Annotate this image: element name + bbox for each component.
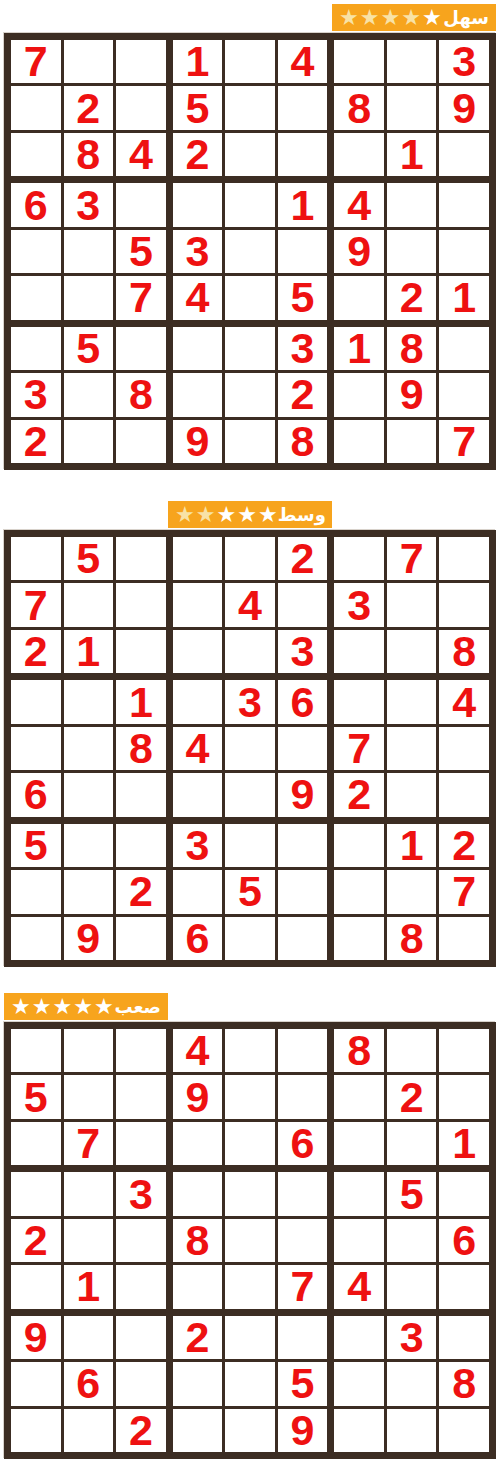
cell-r2c1[interactable]: 5 <box>11 1075 61 1118</box>
cell-r9c9[interactable]: 7 <box>439 420 489 463</box>
cell-r7c4[interactable] <box>173 327 223 370</box>
cell-r2c2[interactable]: 2 <box>64 86 114 129</box>
cell-r8c1[interactable] <box>11 1362 61 1405</box>
star-filled-icon: ★ <box>216 501 236 528</box>
cell-r4c2[interactable] <box>64 1172 114 1215</box>
cell-r7c4[interactable]: 3 <box>173 824 223 867</box>
cell-r9c3[interactable]: 2 <box>116 1409 166 1452</box>
cell-r2c2[interactable] <box>64 1075 114 1118</box>
cell-r7c1[interactable]: 9 <box>11 1316 61 1359</box>
cell-r7c3[interactable] <box>116 1316 166 1359</box>
cell-r4c1[interactable]: 6 <box>11 183 61 226</box>
sudoku-box-3-3: 1278 <box>334 824 489 960</box>
cell-r1c4[interactable] <box>173 537 223 580</box>
cell-r3c5[interactable] <box>225 1122 275 1165</box>
cell-r9c2[interactable] <box>64 1409 114 1452</box>
cell-r6c1[interactable] <box>11 1265 61 1308</box>
cell-r3c9[interactable] <box>439 133 489 176</box>
cell-r3c5[interactable] <box>225 133 275 176</box>
cell-r5c4[interactable]: 4 <box>173 727 223 770</box>
cell-r2c8[interactable]: 2 <box>387 1075 437 1118</box>
cell-r2c6[interactable] <box>278 583 328 626</box>
cell-r3c5[interactable] <box>225 630 275 673</box>
cell-r5c1[interactable] <box>11 727 61 770</box>
cell-r5c6[interactable] <box>278 1219 328 1262</box>
cell-r3c2[interactable]: 8 <box>64 133 114 176</box>
sudoku-box-2-1: 6357 <box>11 183 166 319</box>
cell-r8c4[interactable] <box>173 373 223 416</box>
sudoku-box-3-1: 5382 <box>11 327 166 463</box>
cell-r9c2[interactable]: 9 <box>64 917 114 960</box>
cell-r5c3[interactable] <box>116 1219 166 1262</box>
cell-r6c3[interactable] <box>116 1265 166 1308</box>
cell-r2c5[interactable] <box>225 1075 275 1118</box>
cell-r5c7[interactable] <box>334 1219 384 1262</box>
cell-r4c1[interactable] <box>11 1172 61 1215</box>
cell-r1c2[interactable] <box>64 40 114 83</box>
cell-r7c4[interactable]: 2 <box>173 1316 223 1359</box>
cell-r5c6[interactable] <box>278 727 328 770</box>
cell-r6c9[interactable] <box>439 773 489 816</box>
cell-r3c7[interactable] <box>334 1122 384 1165</box>
cell-r3c1[interactable]: 2 <box>11 630 61 673</box>
puzzle-hard: ★★★★★ صعب 574968213218756496225938 <box>0 993 500 1459</box>
cell-r3c7[interactable] <box>334 630 384 673</box>
cell-r4c4[interactable] <box>173 680 223 723</box>
cell-r2c8[interactable] <box>387 86 437 129</box>
cell-r6c7[interactable]: 4 <box>334 1265 384 1308</box>
cell-r9c1[interactable] <box>11 1409 61 1452</box>
cell-r1c9[interactable] <box>439 1029 489 1072</box>
cell-r7c7[interactable]: 1 <box>334 327 384 370</box>
difficulty-bar-medium: ★★★★★ وسط <box>168 501 332 528</box>
cell-r3c3[interactable] <box>116 630 166 673</box>
cell-r8c2[interactable]: 6 <box>64 1362 114 1405</box>
star-filled-icon: ★ <box>52 993 72 1020</box>
sudoku-box-3-1: 529 <box>11 824 166 960</box>
cell-r7c9[interactable] <box>439 1316 489 1359</box>
cell-r5c9[interactable]: 6 <box>439 1219 489 1262</box>
cell-r6c9[interactable]: 1 <box>439 276 489 319</box>
cell-r1c1[interactable]: 7 <box>11 40 61 83</box>
cell-r9c4[interactable]: 6 <box>173 917 223 960</box>
cell-r5c5[interactable] <box>225 230 275 273</box>
cell-r1c9[interactable]: 3 <box>439 40 489 83</box>
cell-r3c8[interactable] <box>387 1122 437 1165</box>
cell-r6c5[interactable] <box>225 276 275 319</box>
cell-r2c9[interactable]: 9 <box>439 86 489 129</box>
cell-r5c8[interactable] <box>387 727 437 770</box>
cell-r6c8[interactable] <box>387 1265 437 1308</box>
cell-r1c7[interactable] <box>334 40 384 83</box>
difficulty-label: سهل <box>443 4 489 31</box>
cell-r8c6[interactable]: 2 <box>278 373 328 416</box>
cell-r4c5[interactable] <box>225 1172 275 1215</box>
cell-r1c7[interactable]: 8 <box>334 1029 384 1072</box>
star-dim-icon: ★ <box>339 4 359 31</box>
cell-r8c3[interactable]: 8 <box>116 373 166 416</box>
cell-r7c7[interactable] <box>334 824 384 867</box>
cell-r1c5[interactable] <box>225 1029 275 1072</box>
sudoku-box-3-2: 356 <box>173 824 328 960</box>
star-filled-icon: ★ <box>94 993 114 1020</box>
cell-r9c9[interactable] <box>439 917 489 960</box>
cell-r2c1[interactable]: 7 <box>11 583 61 626</box>
cell-r5c2[interactable] <box>64 1219 114 1262</box>
cell-r7c6[interactable]: 3 <box>278 327 328 370</box>
cell-r2c5[interactable] <box>225 86 275 129</box>
sudoku-box-2-2: 3649 <box>173 680 328 816</box>
cell-r8c5[interactable] <box>225 373 275 416</box>
cell-r9c6[interactable]: 9 <box>278 1409 328 1452</box>
cell-r6c2[interactable] <box>64 773 114 816</box>
cell-r6c4[interactable] <box>173 773 223 816</box>
sudoku-box-3-1: 962 <box>11 1316 166 1452</box>
cell-r2c9[interactable] <box>439 583 489 626</box>
cell-r4c6[interactable] <box>278 1172 328 1215</box>
cell-r4c7[interactable]: 4 <box>334 183 384 226</box>
star-filled-icon: ★ <box>32 993 52 1020</box>
sudoku-box-2-3: 472 <box>334 680 489 816</box>
sudoku-box-1-2: 1452 <box>173 40 328 176</box>
cell-r9c2[interactable] <box>64 420 114 463</box>
sudoku-box-1-2: 243 <box>173 537 328 673</box>
cell-r2c6[interactable] <box>278 1075 328 1118</box>
cell-r9c8[interactable]: 8 <box>387 917 437 960</box>
cell-r1c1[interactable] <box>11 1029 61 1072</box>
sudoku-grid-hard: 574968213218756496225938 <box>4 1022 496 1459</box>
difficulty-bar-easy: ★★★★★ سهل <box>332 4 496 31</box>
sudoku-box-2-1: 186 <box>11 680 166 816</box>
cell-r3c1[interactable] <box>11 133 61 176</box>
cell-r7c9[interactable]: 2 <box>439 824 489 867</box>
cell-r1c8[interactable]: 7 <box>387 537 437 580</box>
sudoku-box-2-2: 1345 <box>173 183 328 319</box>
cell-r1c1[interactable] <box>11 537 61 580</box>
cell-r5c2[interactable] <box>64 727 114 770</box>
sudoku-box-2-3: 564 <box>334 1172 489 1308</box>
cell-r3c3[interactable] <box>116 1122 166 1165</box>
sudoku-box-2-1: 321 <box>11 1172 166 1308</box>
cell-r2c9[interactable] <box>439 1075 489 1118</box>
cell-r8c8[interactable]: 9 <box>387 373 437 416</box>
sudoku-box-2-2: 87 <box>173 1172 328 1308</box>
cell-r4c4[interactable] <box>173 1172 223 1215</box>
cell-r1c2[interactable] <box>64 1029 114 1072</box>
star-filled-icon: ★ <box>258 501 278 528</box>
sudoku-box-1-3: 3891 <box>334 40 489 176</box>
cell-r3c2[interactable]: 1 <box>64 630 114 673</box>
sudoku-sheet: ★★★★★ سهل 728414523891635713454921538232… <box>0 4 500 1471</box>
sudoku-box-1-1: 57 <box>11 1029 166 1165</box>
cell-r7c8[interactable]: 8 <box>387 327 437 370</box>
difficulty-bar-hard: ★★★★★ صعب <box>4 993 168 1020</box>
cell-r3c6[interactable]: 6 <box>278 1122 328 1165</box>
cell-r4c8[interactable] <box>387 183 437 226</box>
cell-r2c8[interactable] <box>387 583 437 626</box>
cell-r7c1[interactable]: 5 <box>11 824 61 867</box>
cell-r6c6[interactable]: 7 <box>278 1265 328 1308</box>
cell-r6c6[interactable]: 9 <box>278 773 328 816</box>
cell-r9c6[interactable]: 8 <box>278 420 328 463</box>
cell-r7c6[interactable] <box>278 824 328 867</box>
cell-r7c8[interactable]: 1 <box>387 824 437 867</box>
cell-r1c3[interactable] <box>116 40 166 83</box>
cell-r8c9[interactable]: 7 <box>439 870 489 913</box>
difficulty-label: وسط <box>278 501 326 528</box>
cell-r2c7[interactable] <box>334 1075 384 1118</box>
cell-r1c8[interactable] <box>387 1029 437 1072</box>
cell-r4c2[interactable] <box>64 680 114 723</box>
cell-r2c7[interactable]: 3 <box>334 583 384 626</box>
cell-r9c4[interactable] <box>173 1409 223 1452</box>
cell-r9c8[interactable] <box>387 1409 437 1452</box>
cell-r4c8[interactable]: 5 <box>387 1172 437 1215</box>
cell-r9c5[interactable] <box>225 917 275 960</box>
cell-r8c5[interactable] <box>225 1362 275 1405</box>
cell-r5c3[interactable]: 8 <box>116 727 166 770</box>
cell-r1c3[interactable] <box>116 1029 166 1072</box>
cell-r3c9[interactable]: 1 <box>439 1122 489 1165</box>
cell-r7c5[interactable] <box>225 1316 275 1359</box>
cell-r5c8[interactable] <box>387 1219 437 1262</box>
cell-r8c3[interactable] <box>116 1362 166 1405</box>
cell-r1c4[interactable]: 1 <box>173 40 223 83</box>
cell-r4c9[interactable] <box>439 183 489 226</box>
cell-r6c8[interactable]: 2 <box>387 276 437 319</box>
cell-r3c8[interactable]: 1 <box>387 133 437 176</box>
sudoku-box-3-2: 259 <box>173 1316 328 1452</box>
cell-r8c7[interactable] <box>334 870 384 913</box>
star-dim-icon: ★ <box>401 4 421 31</box>
cell-r1c6[interactable]: 2 <box>278 537 328 580</box>
cell-r1c3[interactable] <box>116 537 166 580</box>
cell-r8c5[interactable]: 5 <box>225 870 275 913</box>
cell-r6c5[interactable] <box>225 1265 275 1308</box>
cell-r6c3[interactable]: 7 <box>116 276 166 319</box>
cell-r7c9[interactable] <box>439 327 489 370</box>
sudoku-grid-medium: 572124373818636494725293561278 <box>4 530 496 967</box>
cell-r1c5[interactable] <box>225 537 275 580</box>
cell-r5c4[interactable]: 3 <box>173 230 223 273</box>
sudoku-box-1-1: 5721 <box>11 537 166 673</box>
cell-r8c3[interactable]: 2 <box>116 870 166 913</box>
sudoku-box-1-1: 7284 <box>11 40 166 176</box>
cell-r2c4[interactable]: 9 <box>173 1075 223 1118</box>
cell-r4c9[interactable] <box>439 1172 489 1215</box>
cell-r6c2[interactable] <box>64 276 114 319</box>
cell-r9c6[interactable] <box>278 917 328 960</box>
star-filled-icon: ★ <box>11 993 31 1020</box>
cell-r7c3[interactable] <box>116 824 166 867</box>
cell-r6c4[interactable] <box>173 1265 223 1308</box>
cell-r2c2[interactable] <box>64 583 114 626</box>
cell-r3c4[interactable] <box>173 1122 223 1165</box>
cell-r9c7[interactable] <box>334 1409 384 1452</box>
cell-r1c8[interactable] <box>387 40 437 83</box>
cell-r4c5[interactable] <box>225 183 275 226</box>
difficulty-label: صعب <box>114 993 161 1020</box>
cell-r5c7[interactable]: 9 <box>334 230 384 273</box>
cell-r2c6[interactable] <box>278 86 328 129</box>
puzzle-medium: ★★★★★ وسط 572124373818636494725293561278 <box>0 501 500 967</box>
cell-r3c3[interactable]: 4 <box>116 133 166 176</box>
cell-r9c4[interactable]: 9 <box>173 420 223 463</box>
cell-r6c2[interactable]: 1 <box>64 1265 114 1308</box>
cell-r9c7[interactable] <box>334 420 384 463</box>
cell-r4c7[interactable] <box>334 680 384 723</box>
cell-r6c3[interactable] <box>116 773 166 816</box>
cell-r4c3[interactable] <box>116 183 166 226</box>
star-dim-icon: ★ <box>175 501 195 528</box>
cell-r7c6[interactable] <box>278 1316 328 1359</box>
cell-r4c6[interactable]: 6 <box>278 680 328 723</box>
cell-r8c7[interactable] <box>334 1362 384 1405</box>
cell-r4c9[interactable]: 4 <box>439 680 489 723</box>
cell-r6c9[interactable] <box>439 1265 489 1308</box>
cell-r3c7[interactable] <box>334 133 384 176</box>
cell-r4c5[interactable]: 3 <box>225 680 275 723</box>
sudoku-box-3-2: 3298 <box>173 327 328 463</box>
star-dim-icon: ★ <box>360 4 380 31</box>
cell-r1c7[interactable] <box>334 537 384 580</box>
cell-r4c4[interactable] <box>173 183 223 226</box>
cell-r8c9[interactable]: 8 <box>439 1362 489 1405</box>
cell-r9c3[interactable] <box>116 420 166 463</box>
cell-r5c5[interactable] <box>225 727 275 770</box>
cell-r1c6[interactable] <box>278 1029 328 1072</box>
cell-r8c4[interactable] <box>173 1362 223 1405</box>
cell-r9c3[interactable] <box>116 917 166 960</box>
sudoku-box-1-3: 738 <box>334 537 489 673</box>
puzzle-easy: ★★★★★ سهل 728414523891635713454921538232… <box>0 4 500 470</box>
cell-r8c8[interactable] <box>387 1362 437 1405</box>
cell-r8c8[interactable] <box>387 870 437 913</box>
cell-r7c2[interactable] <box>64 1316 114 1359</box>
cell-r6c8[interactable] <box>387 773 437 816</box>
cell-r5c5[interactable] <box>225 1219 275 1262</box>
cell-r7c5[interactable] <box>225 327 275 370</box>
cell-r4c6[interactable]: 1 <box>278 183 328 226</box>
cell-r3c1[interactable] <box>11 1122 61 1165</box>
cell-r3c9[interactable]: 8 <box>439 630 489 673</box>
difficulty-stars: ★★★★★ <box>339 4 442 31</box>
cell-r3c8[interactable] <box>387 630 437 673</box>
cell-r6c4[interactable]: 4 <box>173 276 223 319</box>
cell-r6c7[interactable] <box>334 276 384 319</box>
cell-r8c6[interactable] <box>278 870 328 913</box>
cell-r7c2[interactable] <box>64 824 114 867</box>
cell-r8c1[interactable] <box>11 870 61 913</box>
cell-r6c7[interactable]: 2 <box>334 773 384 816</box>
cell-r9c1[interactable]: 2 <box>11 420 61 463</box>
cell-r9c8[interactable] <box>387 420 437 463</box>
cell-r4c3[interactable]: 3 <box>116 1172 166 1215</box>
cell-r8c1[interactable]: 3 <box>11 373 61 416</box>
cell-r5c3[interactable]: 5 <box>116 230 166 273</box>
cell-r7c8[interactable]: 3 <box>387 1316 437 1359</box>
cell-r9c5[interactable] <box>225 1409 275 1452</box>
cell-r3c2[interactable]: 7 <box>64 1122 114 1165</box>
cell-r8c6[interactable]: 5 <box>278 1362 328 1405</box>
cell-r6c5[interactable] <box>225 773 275 816</box>
cell-r1c5[interactable] <box>225 40 275 83</box>
cell-r1c4[interactable]: 4 <box>173 1029 223 1072</box>
cell-r9c5[interactable] <box>225 420 275 463</box>
cell-r5c4[interactable]: 8 <box>173 1219 223 1262</box>
cell-r7c7[interactable] <box>334 1316 384 1359</box>
cell-r5c1[interactable] <box>11 230 61 273</box>
star-dim-icon: ★ <box>380 4 400 31</box>
difficulty-stars: ★★★★★ <box>11 993 114 1020</box>
cell-r5c9[interactable] <box>439 727 489 770</box>
cell-r2c3[interactable] <box>116 583 166 626</box>
sudoku-grid-easy: 728414523891635713454921538232981897 <box>4 33 496 470</box>
star-dim-icon: ★ <box>196 501 216 528</box>
cell-r6c1[interactable]: 6 <box>11 773 61 816</box>
cell-r2c3[interactable] <box>116 86 166 129</box>
cell-r2c4[interactable]: 5 <box>173 86 223 129</box>
cell-r8c4[interactable] <box>173 870 223 913</box>
cell-r1c9[interactable] <box>439 537 489 580</box>
cell-r2c4[interactable] <box>173 583 223 626</box>
sudoku-box-3-3: 1897 <box>334 327 489 463</box>
cell-r7c3[interactable] <box>116 327 166 370</box>
cell-r5c9[interactable] <box>439 230 489 273</box>
cell-r3c6[interactable]: 3 <box>278 630 328 673</box>
cell-r8c2[interactable] <box>64 373 114 416</box>
cell-r9c9[interactable] <box>439 1409 489 1452</box>
cell-r5c6[interactable] <box>278 230 328 273</box>
cell-r7c1[interactable] <box>11 327 61 370</box>
cell-r8c7[interactable] <box>334 373 384 416</box>
difficulty-stars: ★★★★★ <box>175 501 278 528</box>
sudoku-box-1-2: 496 <box>173 1029 328 1165</box>
cell-r5c2[interactable] <box>64 230 114 273</box>
cell-r1c2[interactable]: 5 <box>64 537 114 580</box>
cell-r4c8[interactable] <box>387 680 437 723</box>
sudoku-box-2-3: 4921 <box>334 183 489 319</box>
cell-r4c3[interactable]: 1 <box>116 680 166 723</box>
cell-r3c6[interactable] <box>278 133 328 176</box>
cell-r7c2[interactable]: 5 <box>64 327 114 370</box>
cell-r9c7[interactable] <box>334 917 384 960</box>
cell-r8c2[interactable] <box>64 870 114 913</box>
star-filled-icon: ★ <box>422 4 442 31</box>
cell-r6c6[interactable]: 5 <box>278 276 328 319</box>
cell-r8c9[interactable] <box>439 373 489 416</box>
cell-r1c6[interactable]: 4 <box>278 40 328 83</box>
cell-r2c5[interactable]: 4 <box>225 583 275 626</box>
cell-r2c1[interactable] <box>11 86 61 129</box>
star-filled-icon: ★ <box>73 993 93 1020</box>
cell-r5c8[interactable] <box>387 230 437 273</box>
sudoku-box-3-3: 38 <box>334 1316 489 1452</box>
cell-r4c1[interactable] <box>11 680 61 723</box>
cell-r6c1[interactable] <box>11 276 61 319</box>
cell-r7c5[interactable] <box>225 824 275 867</box>
cell-r9c1[interactable] <box>11 917 61 960</box>
cell-r3c4[interactable]: 2 <box>173 133 223 176</box>
cell-r2c7[interactable]: 8 <box>334 86 384 129</box>
cell-r4c7[interactable] <box>334 1172 384 1215</box>
cell-r5c1[interactable]: 2 <box>11 1219 61 1262</box>
cell-r2c3[interactable] <box>116 1075 166 1118</box>
cell-r3c4[interactable] <box>173 630 223 673</box>
cell-r5c7[interactable]: 7 <box>334 727 384 770</box>
star-filled-icon: ★ <box>237 501 257 528</box>
cell-r4c2[interactable]: 3 <box>64 183 114 226</box>
